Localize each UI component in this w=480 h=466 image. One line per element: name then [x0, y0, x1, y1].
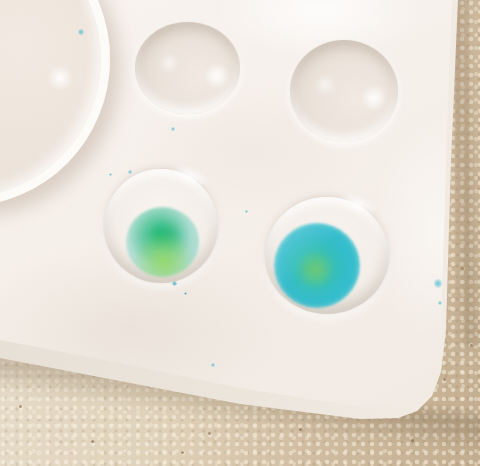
fabric-fleck: [91, 440, 94, 443]
well-highlight: [361, 83, 387, 113]
paint-speck: [184, 292, 187, 295]
paint-speck: [171, 127, 175, 131]
fabric-fleck: [299, 428, 302, 431]
cyan-paint-well: [265, 197, 389, 314]
paint-speck: [434, 279, 442, 288]
fabric-fleck: [443, 378, 446, 381]
paint-speck: [128, 170, 132, 174]
well-highlight: [158, 51, 180, 75]
well-rim-highlight: [168, 159, 214, 193]
empty-well-top-right: [290, 40, 398, 142]
well-rim-highlight: [335, 187, 381, 221]
well-highlight: [204, 61, 230, 91]
paint-speck: [109, 173, 112, 176]
green-paint: [126, 207, 199, 277]
empty-well-top-middle: [135, 22, 240, 114]
green-paint-well: [104, 169, 218, 283]
photo-paint-palette: [0, 0, 480, 466]
paint-speck: [78, 29, 84, 35]
fabric-fleck: [19, 405, 22, 408]
fabric-fleck: [208, 432, 211, 435]
cyan-paint: [274, 223, 360, 308]
large-mixing-well: [0, 0, 110, 206]
paint-speck: [438, 301, 442, 305]
paint-speck: [172, 281, 177, 286]
fabric-fleck: [181, 451, 184, 454]
well-highlight: [47, 65, 73, 91]
paint-speck: [245, 210, 248, 213]
well-highlight: [314, 73, 336, 97]
paint-speck: [211, 363, 215, 367]
